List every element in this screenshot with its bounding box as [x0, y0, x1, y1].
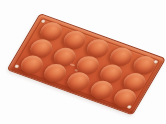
product-photo — [0, 0, 165, 124]
silicone-mold — [7, 13, 166, 115]
dome-grid — [40, 14, 164, 59]
